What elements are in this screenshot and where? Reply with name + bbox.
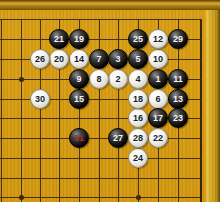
- stone-black-31[interactable]: 31: [69, 128, 89, 148]
- stone-black-9[interactable]: 9: [69, 69, 89, 89]
- stone-black-11[interactable]: 11: [168, 69, 188, 89]
- grid-line-horizontal: [0, 178, 202, 179]
- stone-white-24[interactable]: 24: [128, 148, 148, 168]
- stone-white-14[interactable]: 14: [69, 49, 89, 69]
- stone-black-5[interactable]: 5: [128, 49, 148, 69]
- stone-white-20[interactable]: 20: [49, 49, 69, 69]
- stone-white-26[interactable]: 26: [30, 49, 50, 69]
- stone-black-3[interactable]: 3: [108, 49, 128, 69]
- stone-white-4[interactable]: 4: [128, 69, 148, 89]
- grid-line-horizontal: [0, 197, 202, 198]
- stone-black-1[interactable]: 1: [148, 69, 168, 89]
- grid-line-vertical: [40, 19, 41, 202]
- stone-black-15[interactable]: 15: [69, 89, 89, 109]
- star-point: [136, 195, 141, 200]
- stone-black-17[interactable]: 17: [148, 108, 168, 128]
- go-board-window: 1234567891011121314151617181920212223242…: [0, 0, 220, 202]
- stone-black-21[interactable]: 21: [49, 29, 69, 49]
- grid-line-vertical: [21, 19, 22, 202]
- stone-white-30[interactable]: 30: [30, 89, 50, 109]
- grid-line-horizontal: [0, 138, 202, 139]
- stone-black-29[interactable]: 29: [168, 29, 188, 49]
- stone-white-2[interactable]: 2: [108, 69, 128, 89]
- grid-line-vertical: [118, 19, 119, 202]
- stone-white-12[interactable]: 12: [148, 29, 168, 49]
- stone-black-7[interactable]: 7: [89, 49, 109, 69]
- grid-line-vertical: [99, 19, 100, 202]
- stone-white-22[interactable]: 22: [148, 128, 168, 148]
- stone-black-25[interactable]: 25: [128, 29, 148, 49]
- stone-white-28[interactable]: 28: [128, 128, 148, 148]
- stone-black-13[interactable]: 13: [168, 89, 188, 109]
- grid-line-horizontal: [0, 158, 202, 159]
- stone-white-18[interactable]: 18: [128, 89, 148, 109]
- stone-white-6[interactable]: 6: [148, 89, 168, 109]
- board-edge-line-top: [0, 19, 202, 20]
- stone-black-23[interactable]: 23: [168, 108, 188, 128]
- stone-black-19[interactable]: 19: [69, 29, 89, 49]
- board-frame-top: [0, 0, 220, 10]
- star-point: [19, 195, 24, 200]
- board-frame-right: [206, 10, 220, 202]
- grid-line-vertical: [1, 19, 2, 202]
- star-point: [19, 77, 24, 82]
- stone-black-27[interactable]: 27: [108, 128, 128, 148]
- stone-white-8[interactable]: 8: [89, 69, 109, 89]
- stone-white-16[interactable]: 16: [128, 108, 148, 128]
- stone-white-10[interactable]: 10: [148, 49, 168, 69]
- board-edge-line-right: [200, 19, 202, 202]
